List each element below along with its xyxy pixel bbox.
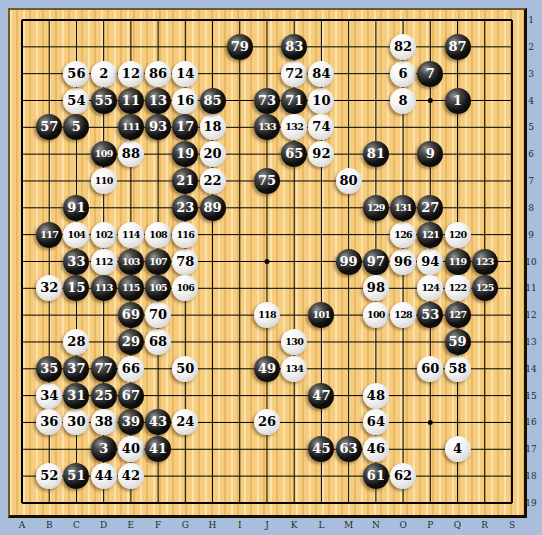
col-label-O: O xyxy=(393,519,413,531)
stone-white-12-E3: 12 xyxy=(118,61,144,87)
stone-white-30-C16: 30 xyxy=(63,409,89,435)
stone-black-37-C14: 37 xyxy=(63,356,89,382)
row-label-12: 12 xyxy=(522,309,540,321)
col-label-P: P xyxy=(420,519,440,531)
col-label-N: N xyxy=(366,519,386,531)
stone-white-134-K14: 134 xyxy=(281,356,307,382)
stone-black-71-K4: 71 xyxy=(281,88,307,114)
stone-black-57-B5: 57 xyxy=(36,114,62,140)
stone-black-105-F11: 105 xyxy=(145,275,171,301)
stone-white-48-N15: 48 xyxy=(363,383,389,409)
stone-black-99-M10: 99 xyxy=(336,249,362,275)
row-label-3: 3 xyxy=(522,68,540,80)
row-label-9: 9 xyxy=(522,229,540,241)
row-label-16: 16 xyxy=(522,416,540,428)
stone-black-7-P3: 7 xyxy=(417,61,443,87)
stone-black-65-K6: 65 xyxy=(281,141,307,167)
stone-black-5-C5: 5 xyxy=(63,114,89,140)
row-label-4: 4 xyxy=(522,95,540,107)
stone-black-97-N10: 97 xyxy=(363,249,389,275)
stone-white-108-F9: 108 xyxy=(145,222,171,248)
stone-black-69-E12: 69 xyxy=(118,302,144,328)
stone-black-23-G8: 23 xyxy=(172,195,198,221)
stone-black-51-C18: 51 xyxy=(63,463,89,489)
stone-black-113-D11: 113 xyxy=(91,275,117,301)
stone-white-116-G9: 116 xyxy=(172,222,198,248)
stone-white-6-O3: 6 xyxy=(390,61,416,87)
stone-black-55-D4: 55 xyxy=(91,88,117,114)
stone-black-53-P12: 53 xyxy=(417,302,443,328)
stone-white-56-C3: 56 xyxy=(63,61,89,87)
row-label-6: 6 xyxy=(522,148,540,160)
col-label-I: I xyxy=(230,519,250,531)
row-label-15: 15 xyxy=(522,390,540,402)
col-label-J: J xyxy=(257,519,277,531)
col-label-S: S xyxy=(502,519,522,531)
stone-black-125-R11: 125 xyxy=(472,275,498,301)
row-label-17: 17 xyxy=(522,443,540,455)
stone-white-96-O10: 96 xyxy=(390,249,416,275)
stone-black-89-H8: 89 xyxy=(200,195,226,221)
stone-black-67-E15: 67 xyxy=(118,383,144,409)
stone-black-41-F17: 41 xyxy=(145,436,171,462)
stone-black-35-B14: 35 xyxy=(36,356,62,382)
stone-black-17-G5: 17 xyxy=(172,114,198,140)
stone-black-13-F4: 13 xyxy=(145,88,171,114)
stone-black-1-Q4: 1 xyxy=(445,88,471,114)
go-board-diagram: 1234567891011121314151617181920212223242… xyxy=(0,0,542,535)
stone-black-9-P6: 9 xyxy=(417,141,443,167)
stone-black-119-Q10: 119 xyxy=(445,249,471,275)
stone-white-58-Q14: 58 xyxy=(445,356,471,382)
stone-white-50-G14: 50 xyxy=(172,356,198,382)
stone-white-18-H5: 18 xyxy=(200,114,226,140)
stone-white-34-B15: 34 xyxy=(36,383,62,409)
col-label-D: D xyxy=(94,519,114,531)
stone-black-31-C15: 31 xyxy=(63,383,89,409)
stone-white-38-D16: 38 xyxy=(91,409,117,435)
row-label-1: 1 xyxy=(522,14,540,26)
stone-black-3-D17: 3 xyxy=(91,436,117,462)
stone-black-87-Q2: 87 xyxy=(445,34,471,60)
stone-white-118-J12: 118 xyxy=(254,302,280,328)
col-label-B: B xyxy=(39,519,59,531)
stone-black-129-N8: 129 xyxy=(363,195,389,221)
stone-black-81-N6: 81 xyxy=(363,141,389,167)
stone-black-77-D14: 77 xyxy=(91,356,117,382)
col-label-R: R xyxy=(475,519,495,531)
col-label-L: L xyxy=(311,519,331,531)
stone-white-124-P11: 124 xyxy=(417,275,443,301)
col-label-C: C xyxy=(66,519,86,531)
stone-black-85-H4: 85 xyxy=(200,88,226,114)
stone-white-36-B16: 36 xyxy=(36,409,62,435)
stone-white-98-N11: 98 xyxy=(363,275,389,301)
stone-white-4-Q17: 4 xyxy=(445,436,471,462)
stone-black-59-Q13: 59 xyxy=(445,329,471,355)
stone-white-28-C13: 28 xyxy=(63,329,89,355)
stone-white-64-N16: 64 xyxy=(363,409,389,435)
stone-black-11-E4: 11 xyxy=(118,88,144,114)
stone-black-15-C11: 15 xyxy=(63,275,89,301)
stone-white-16-G4: 16 xyxy=(172,88,198,114)
stone-black-123-R10: 123 xyxy=(472,249,498,275)
stone-black-33-C10: 33 xyxy=(63,249,89,275)
stone-white-22-H7: 22 xyxy=(200,168,226,194)
stone-white-120-Q9: 120 xyxy=(445,222,471,248)
stone-white-114-E9: 114 xyxy=(118,222,144,248)
stone-black-117-B9: 117 xyxy=(36,222,62,248)
stone-white-106-G11: 106 xyxy=(172,275,198,301)
stone-black-103-E10: 103 xyxy=(118,249,144,275)
stone-black-131-O8: 131 xyxy=(390,195,416,221)
stone-black-49-J14: 49 xyxy=(254,356,280,382)
stone-white-102-D9: 102 xyxy=(91,222,117,248)
col-label-H: H xyxy=(203,519,223,531)
stone-black-45-L17: 45 xyxy=(308,436,334,462)
stone-black-47-L15: 47 xyxy=(308,383,334,409)
stone-white-26-J16: 26 xyxy=(254,409,280,435)
stone-white-10-L4: 10 xyxy=(308,88,334,114)
stone-black-83-K2: 83 xyxy=(281,34,307,60)
stone-white-122-Q11: 122 xyxy=(445,275,471,301)
stone-white-66-E14: 66 xyxy=(118,356,144,382)
col-label-F: F xyxy=(148,519,168,531)
stone-black-127-Q12: 127 xyxy=(445,302,471,328)
stone-black-111-E5: 111 xyxy=(118,114,144,140)
stone-white-112-D10: 112 xyxy=(91,249,117,275)
stone-white-24-G16: 24 xyxy=(172,409,198,435)
stone-white-94-P10: 94 xyxy=(417,249,443,275)
row-label-19: 19 xyxy=(522,497,540,509)
stone-white-110-D7: 110 xyxy=(91,168,117,194)
col-label-G: G xyxy=(175,519,195,531)
row-label-18: 18 xyxy=(522,470,540,482)
col-label-E: E xyxy=(121,519,141,531)
stone-white-60-P14: 60 xyxy=(417,356,443,382)
stone-white-62-O18: 62 xyxy=(390,463,416,489)
stone-white-54-C4: 54 xyxy=(63,88,89,114)
stone-white-44-D18: 44 xyxy=(91,463,117,489)
stone-white-132-K5: 132 xyxy=(281,114,307,140)
stone-white-92-L6: 92 xyxy=(308,141,334,167)
row-label-7: 7 xyxy=(522,175,540,187)
stone-white-130-K13: 130 xyxy=(281,329,307,355)
stone-black-63-M17: 63 xyxy=(336,436,362,462)
stone-white-86-F3: 86 xyxy=(145,61,171,87)
col-label-K: K xyxy=(284,519,304,531)
stone-black-39-E16: 39 xyxy=(118,409,144,435)
stone-white-14-G3: 14 xyxy=(172,61,198,87)
row-label-8: 8 xyxy=(522,202,540,214)
stone-black-101-L12: 101 xyxy=(308,302,334,328)
col-label-A: A xyxy=(12,519,32,531)
stone-white-46-N17: 46 xyxy=(363,436,389,462)
stone-white-52-B18: 52 xyxy=(36,463,62,489)
stone-white-104-C9: 104 xyxy=(63,222,89,248)
stone-white-72-K3: 72 xyxy=(281,61,307,87)
stone-white-70-F12: 70 xyxy=(145,302,171,328)
stone-white-80-M7: 80 xyxy=(336,168,362,194)
stone-black-21-G7: 21 xyxy=(172,168,198,194)
stone-white-82-O2: 82 xyxy=(390,34,416,60)
stone-black-109-D6: 109 xyxy=(91,141,117,167)
stone-white-78-G10: 78 xyxy=(172,249,198,275)
stone-white-68-F13: 68 xyxy=(145,329,171,355)
stone-black-75-J7: 75 xyxy=(254,168,280,194)
stone-white-40-E17: 40 xyxy=(118,436,144,462)
stone-black-91-C8: 91 xyxy=(63,195,89,221)
stones-layer: 1234567891011121314151617181920212223242… xyxy=(0,0,542,535)
stone-black-73-J4: 73 xyxy=(254,88,280,114)
stone-white-32-B11: 32 xyxy=(36,275,62,301)
stone-black-43-F16: 43 xyxy=(145,409,171,435)
stone-white-128-O12: 128 xyxy=(390,302,416,328)
col-label-M: M xyxy=(339,519,359,531)
stone-black-133-J5: 133 xyxy=(254,114,280,140)
stone-black-93-F5: 93 xyxy=(145,114,171,140)
stone-black-19-G6: 19 xyxy=(172,141,198,167)
row-label-5: 5 xyxy=(522,121,540,133)
stone-white-88-E6: 88 xyxy=(118,141,144,167)
stone-white-42-E18: 42 xyxy=(118,463,144,489)
row-label-13: 13 xyxy=(522,336,540,348)
stone-black-121-P9: 121 xyxy=(417,222,443,248)
stone-black-27-P8: 27 xyxy=(417,195,443,221)
stone-black-25-D15: 25 xyxy=(91,383,117,409)
stone-black-115-E11: 115 xyxy=(118,275,144,301)
stone-white-20-H6: 20 xyxy=(200,141,226,167)
row-label-2: 2 xyxy=(522,41,540,53)
col-label-Q: Q xyxy=(448,519,468,531)
row-label-14: 14 xyxy=(522,363,540,375)
stone-white-2-D3: 2 xyxy=(91,61,117,87)
stone-white-84-L3: 84 xyxy=(308,61,334,87)
stone-white-8-O4: 8 xyxy=(390,88,416,114)
stone-white-126-O9: 126 xyxy=(390,222,416,248)
stone-white-100-N12: 100 xyxy=(363,302,389,328)
stone-black-61-N18: 61 xyxy=(363,463,389,489)
row-label-11: 11 xyxy=(522,282,540,294)
stone-black-107-F10: 107 xyxy=(145,249,171,275)
stone-white-74-L5: 74 xyxy=(308,114,334,140)
stone-black-29-E13: 29 xyxy=(118,329,144,355)
stone-black-79-I2: 79 xyxy=(227,34,253,60)
row-label-10: 10 xyxy=(522,256,540,268)
